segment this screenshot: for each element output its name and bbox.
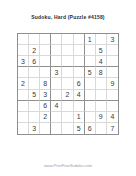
sudoku-cell-r9c8[interactable] [96, 123, 107, 134]
sudoku-cell-r9c6[interactable]: 5 [74, 123, 85, 134]
sudoku-cell-r2c9[interactable] [107, 45, 118, 56]
sudoku-cell-r9c5[interactable] [62, 123, 73, 134]
sudoku-cell-r3c4[interactable] [51, 56, 62, 67]
sudoku-cell-r3c5[interactable] [62, 56, 73, 67]
sudoku-cell-r1c7[interactable]: 1 [85, 34, 96, 45]
sudoku-cell-r2c8[interactable]: 5 [96, 45, 107, 56]
sudoku-cell-r5c9[interactable]: 9 [107, 78, 118, 89]
sudoku-cell-r1c6[interactable] [74, 34, 85, 45]
sudoku-cell-r6c2[interactable]: 5 [29, 90, 40, 101]
sudoku-cell-r1c8[interactable] [96, 34, 107, 45]
sudoku-cell-r1c5[interactable] [62, 34, 73, 45]
sudoku-cell-r5c5[interactable] [62, 78, 73, 89]
sudoku-cell-r7c6[interactable] [74, 101, 85, 112]
sudoku-cell-r6c1[interactable] [18, 90, 29, 101]
sudoku-cell-r3c2[interactable]: 6 [29, 56, 40, 67]
sudoku-cell-r5c6[interactable]: 6 [74, 78, 85, 89]
sudoku-cell-r4c2[interactable] [29, 67, 40, 78]
sudoku-cell-r5c2[interactable] [29, 78, 40, 89]
sudoku-cell-r6c3[interactable]: 3 [40, 90, 51, 101]
sudoku-cell-r6c7[interactable] [85, 90, 96, 101]
sudoku-cell-r8c3[interactable]: 2 [40, 112, 51, 123]
sudoku-cell-r6c6[interactable]: 4 [74, 90, 85, 101]
sudoku-cell-r8c1[interactable] [18, 112, 29, 123]
sudoku-cell-r7c7[interactable] [85, 101, 96, 112]
sudoku-cell-r9c7[interactable]: 6 [85, 123, 96, 134]
sudoku-cell-r2c7[interactable] [85, 45, 96, 56]
sudoku-cell-r4c1[interactable] [18, 67, 29, 78]
sudoku-cell-r9c3[interactable] [40, 123, 51, 134]
sudoku-cell-r7c3[interactable]: 6 [40, 101, 51, 112]
sudoku-cell-r8c9[interactable]: 4 [107, 112, 118, 123]
sudoku-cell-r7c4[interactable]: 4 [51, 101, 62, 112]
sudoku-cell-r4c6[interactable] [74, 67, 85, 78]
sudoku-cell-r6c8[interactable] [96, 90, 107, 101]
sudoku-cell-r5c8[interactable] [96, 78, 107, 89]
sudoku-cell-r1c1[interactable] [18, 34, 29, 45]
sudoku-cell-r8c2[interactable] [29, 112, 40, 123]
sudoku-cell-r3c6[interactable] [74, 56, 85, 67]
sudoku-cell-r8c7[interactable] [85, 112, 96, 123]
sudoku-cell-r1c4[interactable] [51, 34, 62, 45]
printable-sudoku-page: Sudoku, Hard (Puzzle #4158) 132536435828… [0, 0, 136, 176]
sudoku-cell-r4c3[interactable] [40, 67, 51, 78]
puzzle-title: Sudoku, Hard (Puzzle #4158) [0, 14, 136, 20]
sudoku-cell-r3c9[interactable] [107, 56, 118, 67]
sudoku-cell-r3c1[interactable]: 3 [18, 56, 29, 67]
sudoku-board: 1325364358286953246421943567 [17, 33, 119, 135]
sudoku-cell-r1c3[interactable] [40, 34, 51, 45]
sudoku-cell-r8c5[interactable] [62, 112, 73, 123]
sudoku-cell-r9c9[interactable]: 7 [107, 123, 118, 134]
sudoku-cell-r9c2[interactable]: 3 [29, 123, 40, 134]
sudoku-cell-r3c8[interactable]: 4 [96, 56, 107, 67]
sudoku-cell-r2c1[interactable] [18, 45, 29, 56]
sudoku-cell-r5c4[interactable] [51, 78, 62, 89]
sudoku-cell-r7c1[interactable] [18, 101, 29, 112]
sudoku-cell-r4c4[interactable]: 3 [51, 67, 62, 78]
sudoku-cell-r5c7[interactable] [85, 78, 96, 89]
sudoku-cell-r9c1[interactable] [18, 123, 29, 134]
sudoku-cell-r9c4[interactable] [51, 123, 62, 134]
sudoku-cell-r6c4[interactable] [51, 90, 62, 101]
sudoku-cell-r4c9[interactable] [107, 67, 118, 78]
sudoku-cell-r6c9[interactable] [107, 90, 118, 101]
sudoku-cell-r8c4[interactable] [51, 112, 62, 123]
sudoku-cell-r7c5[interactable] [62, 101, 73, 112]
sudoku-cell-r4c8[interactable]: 8 [96, 67, 107, 78]
sudoku-cell-r8c6[interactable]: 1 [74, 112, 85, 123]
sudoku-cell-r4c5[interactable] [62, 67, 73, 78]
sudoku-cell-r8c8[interactable]: 9 [96, 112, 107, 123]
sudoku-cell-r6c5[interactable]: 2 [62, 90, 73, 101]
sudoku-cell-r3c7[interactable] [85, 56, 96, 67]
sudoku-cell-r5c3[interactable]: 8 [40, 78, 51, 89]
sudoku-cell-r1c2[interactable] [29, 34, 40, 45]
footer-url[interactable]: www.PrintFreeSudoku.com [0, 163, 136, 168]
sudoku-cell-r5c1[interactable]: 2 [18, 78, 29, 89]
sudoku-cell-r4c7[interactable]: 5 [85, 67, 96, 78]
sudoku-cell-r2c5[interactable] [62, 45, 73, 56]
sudoku-cell-r2c3[interactable] [40, 45, 51, 56]
sudoku-cell-r7c9[interactable] [107, 101, 118, 112]
sudoku-cell-r2c2[interactable]: 2 [29, 45, 40, 56]
sudoku-cell-r3c3[interactable] [40, 56, 51, 67]
sudoku-cell-r7c2[interactable] [29, 101, 40, 112]
sudoku-cell-r2c4[interactable] [51, 45, 62, 56]
sudoku-cell-r2c6[interactable] [74, 45, 85, 56]
sudoku-cell-r1c9[interactable]: 3 [107, 34, 118, 45]
sudoku-cell-r7c8[interactable] [96, 101, 107, 112]
